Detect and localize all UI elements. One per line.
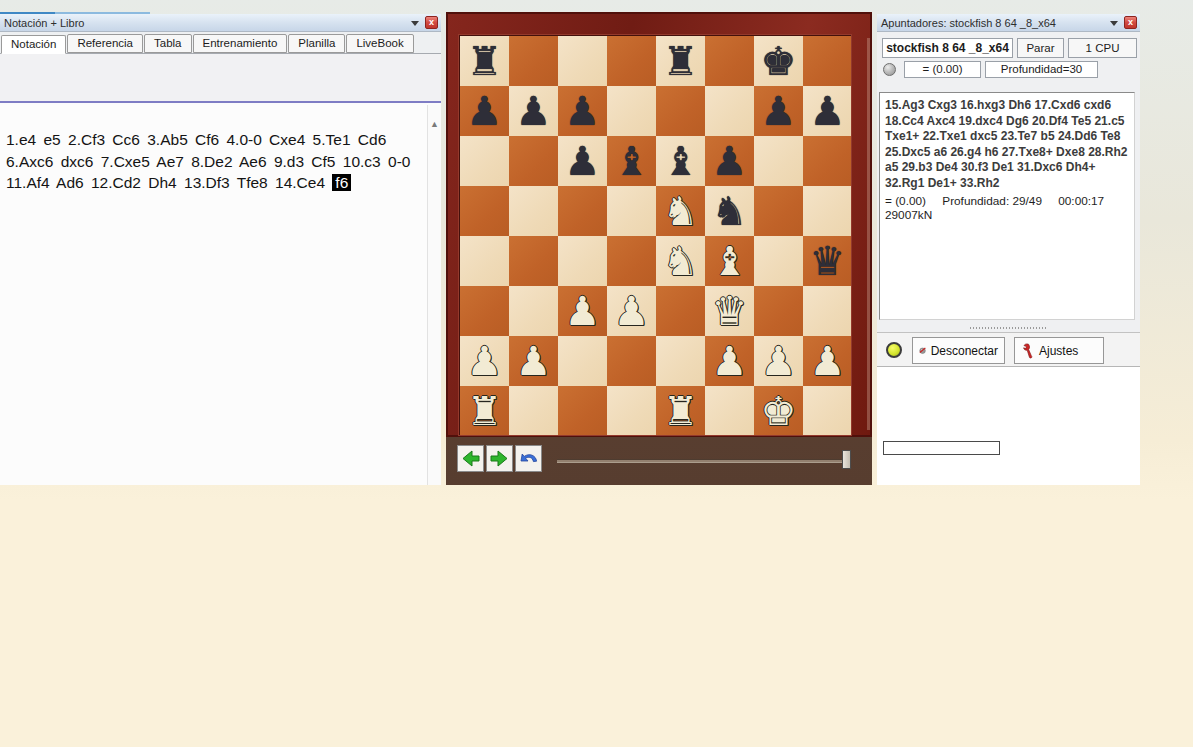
square-h6[interactable]: [803, 136, 852, 186]
square-g2[interactable]: ♟: [754, 336, 803, 386]
settings-label: Ajustes: [1039, 344, 1078, 358]
square-a3[interactable]: [460, 286, 509, 336]
piece-white-pawn[interactable]: ♟: [614, 286, 650, 336]
tab-planilla[interactable]: Planilla: [288, 34, 345, 53]
square-b2[interactable]: ♟: [509, 336, 558, 386]
square-b7[interactable]: ♟: [509, 86, 558, 136]
piece-black-pawn[interactable]: ♟: [810, 86, 846, 136]
square-b8[interactable]: [509, 36, 558, 86]
piece-white-bishop[interactable]: ♝: [712, 236, 748, 286]
piece-black-rook[interactable]: ♜: [467, 36, 503, 86]
square-e8[interactable]: ♜: [656, 36, 705, 86]
square-h1[interactable]: [803, 386, 852, 436]
cpu-count-button[interactable]: 1 CPU: [1068, 38, 1137, 58]
current-move[interactable]: f6: [332, 174, 351, 191]
square-h3[interactable]: [803, 286, 852, 336]
principal-variation[interactable]: 15.Ag3 Cxg3 16.hxg3 Dh6 17.Cxd6 cxd6 18.…: [885, 98, 1131, 191]
square-d5[interactable]: [607, 186, 656, 236]
square-f1[interactable]: [705, 386, 754, 436]
square-f5[interactable]: ♞: [705, 186, 754, 236]
piece-black-knight[interactable]: ♞: [712, 186, 748, 236]
panel-splitter[interactable]: [877, 325, 1140, 331]
piece-white-pawn[interactable]: ♟: [761, 336, 797, 386]
board-frame-groove: [867, 38, 870, 430]
piece-white-rook[interactable]: ♜: [467, 386, 503, 436]
evaluation-button[interactable]: = (0.00): [904, 61, 981, 78]
square-f3[interactable]: ♛: [705, 286, 754, 336]
square-g3[interactable]: [754, 286, 803, 336]
square-c2[interactable]: [558, 336, 607, 386]
notation-tab-row: NotaciónReferenciaTablaEntrenamientoPlan…: [0, 32, 441, 54]
connection-input[interactable]: [883, 441, 1000, 455]
square-g5[interactable]: [754, 186, 803, 236]
settings-button[interactable]: Ajustes: [1014, 337, 1104, 364]
notation-scrollbar[interactable]: ▲: [427, 105, 441, 485]
board-navigation: [446, 437, 872, 485]
square-d3[interactable]: ♟: [607, 286, 656, 336]
square-h7[interactable]: ♟: [803, 86, 852, 136]
board-panel: ♜♜♚♟♟♟♟♟♟♝♝♟♞♞♞♝♛♟♟♛♟♟♟♟♟♜♜♚: [446, 12, 872, 485]
square-d1[interactable]: [607, 386, 656, 436]
square-d2[interactable]: [607, 336, 656, 386]
piece-black-bishop[interactable]: ♝: [614, 136, 650, 186]
square-e6[interactable]: ♝: [656, 136, 705, 186]
arrow-right-icon: [489, 448, 510, 469]
piece-black-pawn[interactable]: ♟: [761, 86, 797, 136]
piece-black-pawn[interactable]: ♟: [565, 136, 601, 186]
square-g6[interactable]: [754, 136, 803, 186]
square-a6[interactable]: [460, 136, 509, 186]
square-a7[interactable]: ♟: [460, 86, 509, 136]
square-d7[interactable]: [607, 86, 656, 136]
piece-white-pawn[interactable]: ♟: [810, 336, 846, 386]
square-f8[interactable]: [705, 36, 754, 86]
arrow-left-icon: [460, 448, 481, 469]
piece-white-pawn[interactable]: ♟: [516, 336, 552, 386]
piece-black-queen[interactable]: ♛: [810, 236, 846, 286]
chevron-down-icon[interactable]: [1110, 21, 1118, 26]
engine-analysis-box: 15.Ag3 Cxg3 16.hxg3 Dh6 17.Cxd6 cxd6 18.…: [879, 92, 1135, 320]
square-f4[interactable]: ♝: [705, 236, 754, 286]
square-c7[interactable]: ♟: [558, 86, 607, 136]
piece-white-rook[interactable]: ♜: [663, 386, 699, 436]
piece-black-pawn[interactable]: ♟: [516, 86, 552, 136]
notation-panel-title: Notación + Libro: [4, 17, 84, 29]
notation-panel-titlebar: Notación + Libro x: [0, 14, 441, 32]
notation-toolbar-strip: [0, 54, 441, 103]
square-g4[interactable]: [754, 236, 803, 286]
connection-content: [877, 367, 1140, 485]
tab-tabla[interactable]: Tabla: [144, 34, 192, 53]
engine-panel-titlebar: Apuntadores: stockfish 8 64 _8_x64 x: [877, 14, 1140, 32]
square-b1[interactable]: [509, 386, 558, 436]
square-a5[interactable]: [460, 186, 509, 236]
square-c1[interactable]: [558, 386, 607, 436]
square-h2[interactable]: ♟: [803, 336, 852, 386]
piece-white-knight[interactable]: ♞: [663, 186, 699, 236]
engine-panel: Apuntadores: stockfish 8 64 _8_x64 x sto…: [877, 14, 1140, 485]
square-c5[interactable]: [558, 186, 607, 236]
undo-arrow-icon: [518, 448, 539, 469]
notation-panel: Notación + Libro x NotaciónReferenciaTab…: [0, 14, 441, 485]
square-g7[interactable]: ♟: [754, 86, 803, 136]
piece-black-pawn[interactable]: ♟: [565, 86, 601, 136]
tab-livebook[interactable]: LiveBook: [346, 34, 413, 53]
connection-toolbar: Desconectar Ajustes: [877, 332, 1140, 367]
square-b6[interactable]: [509, 136, 558, 186]
engine-eval-value: = (0.00): [885, 194, 926, 208]
piece-white-pawn[interactable]: ♟: [712, 336, 748, 386]
square-a4[interactable]: [460, 236, 509, 286]
scroll-up-icon[interactable]: ▲: [428, 119, 441, 129]
square-a1[interactable]: ♜: [460, 386, 509, 436]
piece-black-pawn[interactable]: ♟: [712, 136, 748, 186]
prev-move-button[interactable]: [457, 445, 484, 472]
square-e1[interactable]: ♜: [656, 386, 705, 436]
piece-white-knight[interactable]: ♞: [663, 236, 699, 286]
square-h5[interactable]: [803, 186, 852, 236]
square-h4[interactable]: ♛: [803, 236, 852, 286]
square-h8[interactable]: [803, 36, 852, 86]
piece-white-king[interactable]: ♚: [761, 386, 797, 436]
square-a8[interactable]: ♜: [460, 36, 509, 86]
piece-white-pawn[interactable]: ♟: [565, 286, 601, 336]
square-e2[interactable]: [656, 336, 705, 386]
splitter-grip-icon: [970, 327, 1048, 329]
engine-panel-title: Apuntadores: stockfish 8 64 _8_x64: [881, 17, 1056, 29]
tab-notacion[interactable]: Notación: [1, 35, 66, 54]
connection-led-icon: [886, 342, 902, 358]
square-d4[interactable]: [607, 236, 656, 286]
stop-engine-button[interactable]: Parar: [1017, 38, 1064, 58]
square-e4[interactable]: ♞: [656, 236, 705, 286]
tab-entrenamiento[interactable]: Entrenamiento: [193, 34, 288, 53]
wrench-icon: [1021, 343, 1035, 359]
game-position-slider-handle[interactable]: [842, 450, 851, 469]
square-c8[interactable]: [558, 36, 607, 86]
chess-board[interactable]: ♜♜♚♟♟♟♟♟♟♝♝♟♞♞♞♝♛♟♟♛♟♟♟♟♟♜♜♚: [459, 35, 851, 435]
piece-black-pawn[interactable]: ♟: [467, 86, 503, 136]
tab-referencia[interactable]: Referencia: [67, 34, 143, 53]
engine-time-value: 00:00:17: [1058, 194, 1104, 208]
piece-white-pawn[interactable]: ♟: [467, 336, 503, 386]
game-position-slider-track[interactable]: [557, 459, 850, 463]
chevron-down-icon[interactable]: [411, 21, 419, 26]
engine-status-line: = (0.00) Profundidad: 29/49 00:00:17: [885, 194, 1131, 208]
disconnect-button[interactable]: Desconectar: [912, 337, 1005, 364]
engine-name-button[interactable]: stockfish 8 64 _8_x64: [882, 38, 1013, 58]
engine-depth-value: Profundidad: 29/49: [942, 194, 1042, 208]
square-d6[interactable]: ♝: [607, 136, 656, 186]
depth-button[interactable]: Profundidad=30: [985, 61, 1098, 78]
square-b3[interactable]: [509, 286, 558, 336]
piece-black-rook[interactable]: ♜: [663, 36, 699, 86]
next-move-button[interactable]: [486, 445, 513, 472]
piece-black-bishop[interactable]: ♝: [663, 136, 699, 186]
square-a2[interactable]: ♟: [460, 336, 509, 386]
piece-black-king[interactable]: ♚: [761, 36, 797, 86]
square-c4[interactable]: [558, 236, 607, 286]
square-b4[interactable]: [509, 236, 558, 286]
takeback-button[interactable]: [515, 445, 542, 472]
disconnect-label: Desconectar: [931, 344, 998, 358]
square-g1[interactable]: ♚: [754, 386, 803, 436]
piece-white-queen[interactable]: ♛: [712, 286, 748, 336]
engine-nodes-value: 29007kN: [885, 208, 1131, 222]
square-f2[interactable]: ♟: [705, 336, 754, 386]
move-list: 1.e4 e5 2.Cf3 Cc6 3.Ab5 Cf6 4.0-0 Cxe4 5…: [0, 105, 427, 485]
square-c6[interactable]: ♟: [558, 136, 607, 186]
board-frame: ♜♜♚♟♟♟♟♟♟♝♝♟♞♞♞♝♛♟♟♛♟♟♟♟♟♜♜♚: [446, 12, 872, 437]
square-g8[interactable]: ♚: [754, 36, 803, 86]
square-e3[interactable]: [656, 286, 705, 336]
square-d8[interactable]: [607, 36, 656, 86]
square-f6[interactable]: ♟: [705, 136, 754, 186]
close-icon[interactable]: x: [425, 16, 438, 29]
square-e5[interactable]: ♞: [656, 186, 705, 236]
engine-status-led-icon: [883, 63, 896, 76]
square-e7[interactable]: [656, 86, 705, 136]
square-c3[interactable]: ♟: [558, 286, 607, 336]
disconnect-icon: [919, 343, 927, 358]
close-icon[interactable]: x: [1124, 16, 1137, 29]
square-f7[interactable]: [705, 86, 754, 136]
square-b5[interactable]: [509, 186, 558, 236]
